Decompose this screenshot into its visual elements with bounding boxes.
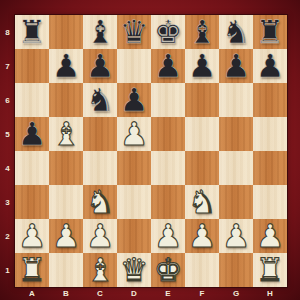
black-knight-c6: ♞: [86, 83, 115, 117]
white-pawn-h2: ♟: [256, 219, 285, 253]
square-a4[interactable]: [15, 151, 49, 185]
rank-label-1: 1: [0, 253, 15, 287]
square-c7[interactable]: ♟: [83, 49, 117, 83]
black-rook-a8: ♜: [18, 15, 47, 49]
square-h6[interactable]: [253, 83, 287, 117]
file-label-h: H: [253, 287, 287, 300]
file-label-e: E: [151, 287, 185, 300]
square-c2[interactable]: ♟: [83, 219, 117, 253]
square-c4[interactable]: [83, 151, 117, 185]
square-a1[interactable]: ♜: [15, 253, 49, 287]
black-pawn-e7: ♟: [154, 49, 183, 83]
chessboard-frame: ♜♝♛♚♝♞♜♟♟♟♟♟♟♞♟♟♝♟♞♞♟♟♟♟♟♟♟♜♝♛♚♜ 8 7 6 5…: [0, 0, 300, 300]
white-king-e1: ♚: [154, 253, 183, 287]
square-h3[interactable]: [253, 185, 287, 219]
file-label-a: A: [15, 287, 49, 300]
file-coordinates: A B C D E F G H: [15, 287, 287, 300]
square-e3[interactable]: [151, 185, 185, 219]
white-knight-f3: ♞: [188, 185, 217, 219]
file-label-b: B: [49, 287, 83, 300]
white-pawn-d5: ♟: [120, 117, 149, 151]
white-pawn-a2: ♟: [18, 219, 47, 253]
black-bishop-f8: ♝: [188, 15, 217, 49]
black-king-e8: ♚: [154, 15, 183, 49]
square-c8[interactable]: ♝: [83, 15, 117, 49]
square-f8[interactable]: ♝: [185, 15, 219, 49]
white-pawn-b2: ♟: [52, 219, 81, 253]
square-g3[interactable]: [219, 185, 253, 219]
black-bishop-c8: ♝: [86, 15, 115, 49]
square-g7[interactable]: ♟: [219, 49, 253, 83]
rank-coordinates: 8 7 6 5 4 3 2 1: [0, 15, 15, 287]
square-f3[interactable]: ♞: [185, 185, 219, 219]
rank-label-4: 4: [0, 151, 15, 185]
square-c1[interactable]: ♝: [83, 253, 117, 287]
square-c5[interactable]: [83, 117, 117, 151]
black-knight-g8: ♞: [222, 15, 251, 49]
square-b2[interactable]: ♟: [49, 219, 83, 253]
square-f7[interactable]: ♟: [185, 49, 219, 83]
square-h4[interactable]: [253, 151, 287, 185]
square-e1[interactable]: ♚: [151, 253, 185, 287]
white-pawn-e2: ♟: [154, 219, 183, 253]
square-g1[interactable]: [219, 253, 253, 287]
square-g2[interactable]: ♟: [219, 219, 253, 253]
square-h5[interactable]: [253, 117, 287, 151]
rank-label-6: 6: [0, 83, 15, 117]
square-f4[interactable]: [185, 151, 219, 185]
square-f2[interactable]: ♟: [185, 219, 219, 253]
black-queen-d8: ♛: [120, 15, 149, 49]
square-g5[interactable]: [219, 117, 253, 151]
file-label-c: C: [83, 287, 117, 300]
square-e5[interactable]: [151, 117, 185, 151]
square-b6[interactable]: [49, 83, 83, 117]
white-bishop-b5: ♝: [52, 117, 81, 151]
square-h2[interactable]: ♟: [253, 219, 287, 253]
square-e4[interactable]: [151, 151, 185, 185]
square-b5[interactable]: ♝: [49, 117, 83, 151]
square-c6[interactable]: ♞: [83, 83, 117, 117]
black-pawn-b7: ♟: [52, 49, 81, 83]
square-g6[interactable]: [219, 83, 253, 117]
square-e7[interactable]: ♟: [151, 49, 185, 83]
square-b1[interactable]: [49, 253, 83, 287]
square-g8[interactable]: ♞: [219, 15, 253, 49]
rank-label-7: 7: [0, 49, 15, 83]
rank-label-3: 3: [0, 185, 15, 219]
square-d2[interactable]: [117, 219, 151, 253]
square-d8[interactable]: ♛: [117, 15, 151, 49]
chess-board: ♜♝♛♚♝♞♜♟♟♟♟♟♟♞♟♟♝♟♞♞♟♟♟♟♟♟♟♜♝♛♚♜: [15, 15, 287, 287]
square-a5[interactable]: ♟: [15, 117, 49, 151]
square-b4[interactable]: [49, 151, 83, 185]
white-knight-c3: ♞: [86, 185, 115, 219]
square-h8[interactable]: ♜: [253, 15, 287, 49]
square-a6[interactable]: [15, 83, 49, 117]
black-rook-h8: ♜: [256, 15, 285, 49]
square-d4[interactable]: [117, 151, 151, 185]
black-pawn-g7: ♟: [222, 49, 251, 83]
square-e2[interactable]: ♟: [151, 219, 185, 253]
file-label-d: D: [117, 287, 151, 300]
square-d7[interactable]: [117, 49, 151, 83]
black-pawn-h7: ♟: [256, 49, 285, 83]
white-pawn-f2: ♟: [188, 219, 217, 253]
rank-label-5: 5: [0, 117, 15, 151]
white-bishop-c1: ♝: [86, 253, 115, 287]
square-e6[interactable]: [151, 83, 185, 117]
rank-label-2: 2: [0, 219, 15, 253]
square-f1[interactable]: [185, 253, 219, 287]
square-d5[interactable]: ♟: [117, 117, 151, 151]
white-pawn-g2: ♟: [222, 219, 251, 253]
square-a3[interactable]: [15, 185, 49, 219]
square-a2[interactable]: ♟: [15, 219, 49, 253]
square-a7[interactable]: [15, 49, 49, 83]
black-pawn-d6: ♟: [120, 83, 149, 117]
square-b3[interactable]: [49, 185, 83, 219]
square-b8[interactable]: [49, 15, 83, 49]
black-pawn-a5: ♟: [18, 117, 47, 151]
white-rook-h1: ♜: [256, 253, 285, 287]
rank-label-8: 8: [0, 15, 15, 49]
file-label-f: F: [185, 287, 219, 300]
file-label-g: G: [219, 287, 253, 300]
square-a8[interactable]: ♜: [15, 15, 49, 49]
black-pawn-f7: ♟: [188, 49, 217, 83]
white-queen-d1: ♛: [120, 253, 149, 287]
square-b7[interactable]: ♟: [49, 49, 83, 83]
square-f6[interactable]: [185, 83, 219, 117]
square-d6[interactable]: ♟: [117, 83, 151, 117]
white-pawn-c2: ♟: [86, 219, 115, 253]
black-pawn-c7: ♟: [86, 49, 115, 83]
square-h7[interactable]: ♟: [253, 49, 287, 83]
square-d1[interactable]: ♛: [117, 253, 151, 287]
square-h1[interactable]: ♜: [253, 253, 287, 287]
square-c3[interactable]: ♞: [83, 185, 117, 219]
square-f5[interactable]: [185, 117, 219, 151]
square-e8[interactable]: ♚: [151, 15, 185, 49]
square-d3[interactable]: [117, 185, 151, 219]
square-g4[interactable]: [219, 151, 253, 185]
white-rook-a1: ♜: [18, 253, 47, 287]
